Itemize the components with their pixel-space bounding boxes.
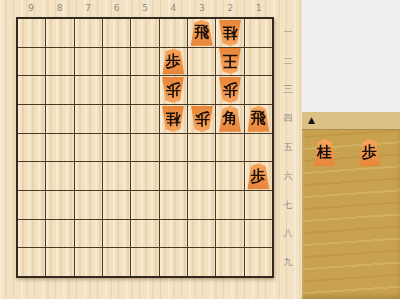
board-cell-9五[interactable]	[18, 134, 45, 162]
piece-kanji: 歩	[194, 111, 209, 126]
board-cell-9三[interactable]	[18, 76, 45, 104]
board-cell-8八[interactable]	[46, 220, 73, 248]
board-cell-6四[interactable]	[103, 105, 130, 133]
board-cell-1五[interactable]	[245, 134, 272, 162]
board-cell-7四[interactable]	[75, 105, 102, 133]
board-cell-4五[interactable]	[160, 134, 187, 162]
piece-sente-歩[interactable]: 歩	[161, 48, 185, 74]
board-cell-6八[interactable]	[103, 220, 130, 248]
rank-label-四: 四	[276, 104, 300, 133]
piece-kanji: 歩	[166, 83, 181, 98]
board-cell-7五[interactable]	[75, 134, 102, 162]
piece-gote-桂[interactable]: 桂	[161, 106, 185, 132]
komadai-header: ▲	[302, 112, 400, 130]
piece-sente-飛[interactable]: 飛	[246, 106, 270, 132]
piece-kanji: 桂	[166, 111, 181, 126]
shogi-board: 飛桂歩王歩歩桂歩角飛歩	[16, 17, 274, 278]
board-cell-2二[interactable]: 王	[216, 48, 243, 76]
board-cell-1六[interactable]: 歩	[245, 162, 272, 190]
board-cell-8一[interactable]	[46, 19, 73, 47]
board-cell-8四[interactable]	[46, 105, 73, 133]
rank-label-七: 七	[276, 191, 300, 220]
file-label-8: 8	[45, 1, 73, 14]
board-cell-6一[interactable]	[103, 19, 130, 47]
board-cell-9八[interactable]	[18, 220, 45, 248]
rank-labels: 一二三四五六七八九	[276, 18, 300, 277]
board-cell-4四[interactable]: 桂	[160, 105, 187, 133]
board-cell-4六[interactable]	[160, 162, 187, 190]
piece-gote-桂[interactable]: 桂	[218, 20, 242, 46]
shogi-board-grid: 飛桂歩王歩歩桂歩角飛歩	[18, 19, 272, 276]
board-cell-6七[interactable]	[103, 191, 130, 219]
board-cell-8五[interactable]	[46, 134, 73, 162]
board-cell-4三[interactable]: 歩	[160, 76, 187, 104]
board-cell-5五[interactable]	[131, 134, 158, 162]
board-cell-9九[interactable]	[18, 248, 45, 276]
board-cell-1九[interactable]	[245, 248, 272, 276]
board-cell-1一[interactable]	[245, 19, 272, 47]
file-label-9: 9	[17, 1, 45, 14]
board-cell-2一[interactable]: 桂	[216, 19, 243, 47]
board-cell-4二[interactable]: 歩	[160, 48, 187, 76]
board-cell-2三[interactable]: 歩	[216, 76, 243, 104]
board-cell-9一[interactable]	[18, 19, 45, 47]
board-cell-4一[interactable]	[160, 19, 187, 47]
board-cell-1四[interactable]: 飛	[245, 105, 272, 133]
board-cell-4九[interactable]	[160, 248, 187, 276]
shogi-board-area: 987654321 一二三四五六七八九 飛桂歩王歩歩桂歩角飛歩	[0, 0, 302, 299]
file-label-2: 2	[216, 1, 244, 14]
piece-kanji: 王	[222, 54, 237, 69]
file-label-4: 4	[159, 1, 187, 14]
file-labels: 987654321	[17, 1, 273, 14]
board-cell-5九[interactable]	[131, 248, 158, 276]
board-cell-1二[interactable]	[245, 48, 272, 76]
rank-label-二: 二	[276, 47, 300, 76]
side-panel	[302, 0, 400, 112]
board-cell-4七[interactable]	[160, 191, 187, 219]
piece-sente-桂[interactable]: 桂	[313, 139, 336, 166]
piece-kanji: 歩	[222, 83, 237, 98]
board-cell-1八[interactable]	[245, 220, 272, 248]
board-cell-6二[interactable]	[103, 48, 130, 76]
board-cell-7八[interactable]	[75, 220, 102, 248]
rank-label-六: 六	[276, 162, 300, 191]
board-cell-3三[interactable]	[188, 76, 215, 104]
board-cell-2九[interactable]	[216, 248, 243, 276]
piece-kanji: 飛	[251, 111, 266, 126]
board-cell-2六[interactable]	[216, 162, 243, 190]
board-cell-2四[interactable]: 角	[216, 105, 243, 133]
board-cell-3五[interactable]	[188, 134, 215, 162]
board-cell-7六[interactable]	[75, 162, 102, 190]
board-cell-5一[interactable]	[131, 19, 158, 47]
board-cell-2八[interactable]	[216, 220, 243, 248]
piece-kanji: 桂	[317, 145, 332, 160]
piece-sente-歩[interactable]: 歩	[358, 139, 381, 166]
board-cell-9二[interactable]	[18, 48, 45, 76]
board-cell-7二[interactable]	[75, 48, 102, 76]
board-cell-5三[interactable]	[131, 76, 158, 104]
board-cell-5六[interactable]	[131, 162, 158, 190]
board-cell-9七[interactable]	[18, 191, 45, 219]
piece-sente-飛[interactable]: 飛	[190, 20, 214, 46]
piece-kanji: 歩	[166, 54, 181, 69]
board-cell-3九[interactable]	[188, 248, 215, 276]
board-cell-1七[interactable]	[245, 191, 272, 219]
board-cell-8三[interactable]	[46, 76, 73, 104]
board-cell-2五[interactable]	[216, 134, 243, 162]
board-cell-4八[interactable]	[160, 220, 187, 248]
piece-sente-角[interactable]: 角	[218, 106, 242, 132]
piece-gote-歩[interactable]: 歩	[190, 106, 214, 132]
sente-hand-pieces: 桂歩	[313, 139, 381, 166]
board-cell-3二[interactable]	[188, 48, 215, 76]
board-cell-6六[interactable]	[103, 162, 130, 190]
board-cell-3八[interactable]	[188, 220, 215, 248]
piece-sente-歩[interactable]: 歩	[246, 163, 270, 189]
rank-label-九: 九	[276, 248, 300, 277]
board-cell-7三[interactable]	[75, 76, 102, 104]
board-cell-9六[interactable]	[18, 162, 45, 190]
board-cell-6五[interactable]	[103, 134, 130, 162]
piece-kanji: 歩	[362, 145, 377, 160]
rank-label-八: 八	[276, 219, 300, 248]
piece-kanji: 飛	[194, 25, 209, 40]
piece-kanji: 歩	[251, 169, 266, 184]
piece-gote-王[interactable]: 王	[218, 48, 242, 74]
board-cell-9四[interactable]	[18, 105, 45, 133]
piece-kanji: 桂	[222, 25, 237, 40]
piece-gote-歩[interactable]: 歩	[218, 77, 242, 103]
board-cell-8七[interactable]	[46, 191, 73, 219]
board-cell-8九[interactable]	[46, 248, 73, 276]
board-cell-3七[interactable]	[188, 191, 215, 219]
board-cell-5八[interactable]	[131, 220, 158, 248]
shogi-app: 987654321 一二三四五六七八九 飛桂歩王歩歩桂歩角飛歩 ▲ 桂歩	[0, 0, 400, 299]
board-cell-8二[interactable]	[46, 48, 73, 76]
piece-kanji: 角	[222, 111, 237, 126]
piece-gote-歩[interactable]: 歩	[161, 77, 185, 103]
board-cell-5七[interactable]	[131, 191, 158, 219]
board-cell-3六[interactable]	[188, 162, 215, 190]
file-label-6: 6	[102, 1, 130, 14]
board-cell-7一[interactable]	[75, 19, 102, 47]
board-cell-3四[interactable]: 歩	[188, 105, 215, 133]
board-cell-8六[interactable]	[46, 162, 73, 190]
rank-label-五: 五	[276, 133, 300, 162]
sente-turn-indicator-icon: ▲	[308, 116, 315, 125]
board-cell-7七[interactable]	[75, 191, 102, 219]
board-cell-1三[interactable]	[245, 76, 272, 104]
board-cell-5二[interactable]	[131, 48, 158, 76]
board-cell-6三[interactable]	[103, 76, 130, 104]
file-label-7: 7	[74, 1, 102, 14]
rank-label-一: 一	[276, 18, 300, 47]
file-label-1: 1	[245, 1, 273, 14]
board-cell-5四[interactable]	[131, 105, 158, 133]
rank-label-三: 三	[276, 76, 300, 105]
board-cell-3一[interactable]: 飛	[188, 19, 215, 47]
file-label-3: 3	[188, 1, 216, 14]
komadai-sente: ▲ 桂歩	[302, 112, 400, 299]
file-label-5: 5	[131, 1, 159, 14]
board-cell-7九[interactable]	[75, 248, 102, 276]
board-cell-6九[interactable]	[103, 248, 130, 276]
board-cell-2七[interactable]	[216, 191, 243, 219]
